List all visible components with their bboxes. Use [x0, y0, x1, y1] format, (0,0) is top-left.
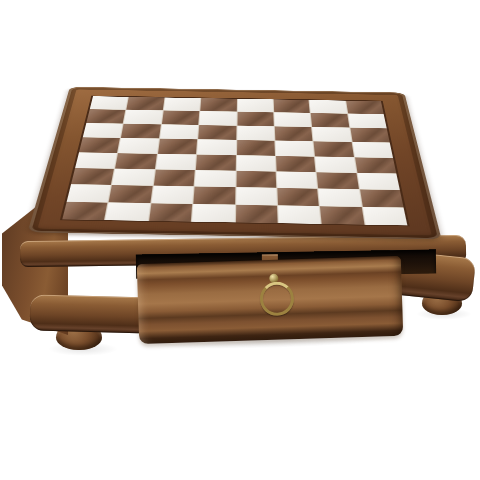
brass-ring-pull: [259, 281, 294, 316]
chess-board-grid: [60, 96, 410, 227]
square-e2: [236, 187, 277, 205]
square-b7: [124, 110, 162, 124]
square-d6: [198, 125, 236, 140]
chess-board-top: [28, 87, 442, 240]
square-g6: [312, 127, 351, 142]
square-a8: [90, 96, 128, 109]
square-a2: [67, 185, 111, 202]
square-g8: [310, 100, 347, 114]
square-a6: [83, 123, 123, 138]
square-c3: [154, 170, 195, 187]
square-d4: [196, 155, 236, 171]
square-b6: [121, 124, 160, 139]
square-b3: [112, 169, 154, 186]
square-d8: [200, 98, 236, 111]
square-f1: [278, 205, 321, 223]
square-c1: [149, 203, 193, 221]
square-d3: [195, 170, 235, 187]
square-d1: [192, 204, 235, 222]
square-f6: [275, 126, 313, 141]
square-h7: [348, 114, 387, 128]
square-g4: [315, 157, 356, 173]
square-b1: [106, 203, 151, 221]
square-e3: [236, 171, 276, 188]
square-c8: [164, 97, 201, 110]
square-f3: [277, 172, 318, 189]
product-photo-chess-board-box: [0, 0, 480, 480]
square-a1: [62, 202, 108, 220]
square-b2: [109, 185, 152, 203]
square-d7: [199, 111, 236, 125]
square-c6: [160, 124, 199, 139]
square-b8: [127, 97, 165, 110]
square-d5: [197, 139, 236, 154]
square-g5: [314, 141, 354, 156]
square-g2: [318, 189, 361, 207]
square-c4: [156, 154, 196, 170]
square-a5: [79, 137, 120, 152]
square-e8: [237, 99, 273, 112]
square-a7: [86, 109, 125, 123]
storage-drawer: [137, 256, 403, 344]
square-e5: [237, 140, 275, 155]
square-h2: [360, 190, 404, 208]
square-c5: [158, 139, 197, 154]
square-f4: [276, 156, 316, 172]
square-h4: [355, 157, 397, 173]
square-a4: [75, 152, 117, 168]
square-d2: [193, 187, 234, 205]
square-b5: [118, 138, 158, 153]
square-c7: [162, 111, 200, 125]
square-e7: [237, 112, 274, 126]
square-f2: [277, 188, 319, 206]
base-molding-left: [30, 294, 155, 333]
square-h8: [346, 101, 384, 115]
square-g7: [311, 113, 349, 127]
square-h3: [357, 173, 400, 190]
square-b4: [115, 153, 156, 169]
square-e4: [236, 155, 275, 171]
square-h6: [350, 128, 390, 143]
square-c2: [151, 186, 193, 204]
square-e1: [235, 205, 277, 223]
square-e6: [237, 126, 275, 141]
square-f7: [274, 113, 311, 127]
square-a3: [71, 168, 114, 185]
square-h5: [352, 142, 393, 157]
square-f8: [274, 99, 310, 113]
board-frame: [28, 87, 442, 240]
square-h1: [362, 207, 407, 225]
square-g3: [317, 172, 359, 189]
square-g1: [320, 206, 364, 224]
square-f5: [275, 141, 314, 156]
